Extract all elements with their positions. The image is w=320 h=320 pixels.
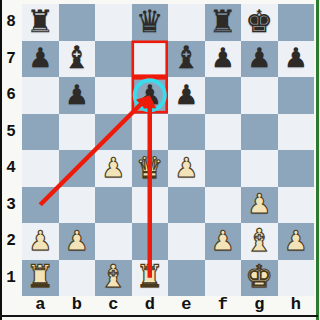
square-g1[interactable]: ♚: [241, 260, 278, 297]
square-c8[interactable]: [95, 4, 132, 41]
square-b8[interactable]: [59, 4, 96, 41]
white-bishop-g2: ♝: [245, 225, 273, 256]
square-b1[interactable]: [59, 260, 96, 297]
black-king-g8: ♚: [245, 6, 273, 37]
square-g3[interactable]: ♟: [241, 187, 278, 224]
square-b7[interactable]: ♝: [59, 41, 96, 78]
square-f5[interactable]: [205, 114, 242, 151]
white-pawn-b2: ♟: [65, 227, 89, 254]
square-d2[interactable]: [132, 223, 169, 260]
rank-label-8: 8: [0, 4, 22, 41]
square-d3[interactable]: [132, 187, 169, 224]
square-f2[interactable]: ♟: [205, 223, 242, 260]
square-h1[interactable]: [278, 260, 315, 297]
square-h4[interactable]: [278, 150, 315, 187]
black-pawn-f7: ♟: [211, 44, 235, 71]
square-a1[interactable]: ♜: [22, 260, 59, 297]
square-c4[interactable]: ♟: [95, 150, 132, 187]
square-a7[interactable]: ♟: [22, 41, 59, 78]
square-d8[interactable]: ♛: [132, 4, 169, 41]
white-pawn-f2: ♟: [211, 227, 235, 254]
rank-labels: 87654321: [0, 4, 22, 296]
rank-label-2: 2: [0, 223, 22, 260]
square-d1[interactable]: ♜: [132, 260, 169, 297]
white-rook-d1: ♜: [136, 261, 164, 292]
square-a5[interactable]: [22, 114, 59, 151]
square-b4[interactable]: [59, 150, 96, 187]
square-h6[interactable]: [278, 77, 315, 114]
square-b5[interactable]: [59, 114, 96, 151]
rank-label-3: 3: [0, 187, 22, 224]
square-f1[interactable]: [205, 260, 242, 297]
square-e3[interactable]: [168, 187, 205, 224]
square-c7[interactable]: [95, 41, 132, 78]
white-pawn-h2: ♟: [284, 227, 308, 254]
rank-label-7: 7: [0, 41, 22, 78]
square-g7[interactable]: ♟: [241, 41, 278, 78]
square-c5[interactable]: [95, 114, 132, 151]
square-e6[interactable]: ♟: [168, 77, 205, 114]
square-c1[interactable]: ♝: [95, 260, 132, 297]
white-pawn-c4: ♟: [101, 154, 125, 181]
square-g4[interactable]: [241, 150, 278, 187]
square-g6[interactable]: [241, 77, 278, 114]
black-pawn-d6: ♟: [138, 81, 162, 108]
black-pawn-b6: ♟: [65, 81, 89, 108]
file-labels: abcdefgh: [22, 294, 314, 315]
square-e8[interactable]: [168, 4, 205, 41]
frame-right-edge: [316, 0, 319, 320]
square-h8[interactable]: [278, 4, 315, 41]
square-d4[interactable]: ♛: [132, 150, 169, 187]
square-d5[interactable]: [132, 114, 169, 151]
file-label-d: d: [132, 294, 169, 315]
square-g8[interactable]: ♚: [241, 4, 278, 41]
frame-left-edge: [0, 0, 2, 320]
square-e7[interactable]: ♝: [168, 41, 205, 78]
square-a4[interactable]: [22, 150, 59, 187]
white-pawn-a2: ♟: [28, 227, 52, 254]
square-f8[interactable]: ♜: [205, 4, 242, 41]
black-pawn-g7: ♟: [247, 44, 271, 71]
square-h7[interactable]: ♟: [278, 41, 315, 78]
rank-label-1: 1: [0, 260, 22, 297]
square-e5[interactable]: [168, 114, 205, 151]
file-label-g: g: [241, 294, 278, 315]
white-bishop-c1: ♝: [99, 261, 127, 292]
square-a6[interactable]: [22, 77, 59, 114]
square-c6[interactable]: [95, 77, 132, 114]
white-pawn-g3: ♟: [247, 190, 271, 217]
frame-bottom-edge: [0, 315, 318, 317]
black-bishop-e7: ♝: [172, 42, 200, 73]
black-bishop-b7: ♝: [63, 42, 91, 73]
square-c2[interactable]: [95, 223, 132, 260]
rank-label-6: 6: [0, 77, 22, 114]
square-g5[interactable]: [241, 114, 278, 151]
square-d6[interactable]: ♟: [132, 77, 169, 114]
black-pawn-h7: ♟: [284, 44, 308, 71]
square-f4[interactable]: [205, 150, 242, 187]
chess-diagram: 87654321 ♜♛♜♚♟♝♝♟♟♟♟♟♟♟♛♟♟♟♟♟♝♟♜♝♜♚ abcd…: [0, 0, 320, 320]
black-rook-a8: ♜: [26, 6, 54, 37]
square-b2[interactable]: ♟: [59, 223, 96, 260]
square-b6[interactable]: ♟: [59, 77, 96, 114]
square-b3[interactable]: [59, 187, 96, 224]
rank-label-5: 5: [0, 114, 22, 151]
file-label-e: e: [168, 294, 205, 315]
square-a8[interactable]: ♜: [22, 4, 59, 41]
square-c3[interactable]: [95, 187, 132, 224]
file-label-a: a: [22, 294, 59, 315]
black-pawn-a7: ♟: [28, 44, 52, 71]
square-f3[interactable]: [205, 187, 242, 224]
file-label-c: c: [95, 294, 132, 315]
chess-board: ♜♛♜♚♟♝♝♟♟♟♟♟♟♟♛♟♟♟♟♟♝♟♜♝♜♚: [22, 4, 314, 296]
file-label-h: h: [278, 294, 315, 315]
square-e2[interactable]: [168, 223, 205, 260]
white-pawn-e4: ♟: [174, 154, 198, 181]
black-rook-f8: ♜: [209, 6, 237, 37]
square-f6[interactable]: [205, 77, 242, 114]
rank-label-4: 4: [0, 150, 22, 187]
file-label-b: b: [59, 294, 96, 315]
white-queen-d4: ♛: [136, 152, 164, 183]
square-a3[interactable]: [22, 187, 59, 224]
white-king-g1: ♚: [245, 261, 273, 292]
square-a2[interactable]: ♟: [22, 223, 59, 260]
square-h5[interactable]: [278, 114, 315, 151]
black-queen-d8: ♛: [136, 6, 164, 37]
square-e4[interactable]: ♟: [168, 150, 205, 187]
square-g2[interactable]: ♝: [241, 223, 278, 260]
black-pawn-e6: ♟: [174, 81, 198, 108]
square-f7[interactable]: ♟: [205, 41, 242, 78]
file-label-f: f: [205, 294, 242, 315]
square-e1[interactable]: [168, 260, 205, 297]
square-h2[interactable]: ♟: [278, 223, 315, 260]
square-h3[interactable]: [278, 187, 315, 224]
white-rook-a1: ♜: [26, 261, 54, 292]
square-d7[interactable]: [132, 41, 169, 78]
